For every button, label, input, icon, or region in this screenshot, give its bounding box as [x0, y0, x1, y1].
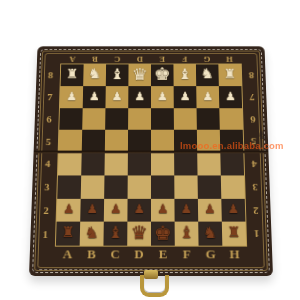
white-pawn-c7: ♟: [111, 90, 122, 101]
product-photo-scene: ABCDEFGH 87654321 ♜♞♝♛♚♝♞♜♟♟♟♟♟♟♟♟♟♟♟♟♟♟…: [0, 0, 300, 300]
file-label-bottom-b: B: [79, 247, 103, 262]
file-label-bottom-c: C: [103, 247, 127, 262]
brown-bishop-f1: ♝: [179, 225, 194, 241]
square-b1: ♞: [80, 222, 104, 246]
white-pawn-a7: ♟: [66, 90, 77, 101]
square-b2: ♟: [80, 198, 104, 221]
white-knight-b8: ♞: [88, 67, 102, 81]
square-f6: [174, 108, 197, 130]
square-f7: ♟: [174, 86, 197, 108]
square-d7: ♟: [128, 86, 151, 108]
square-h8: ♜: [218, 64, 241, 86]
square-c5: [105, 130, 128, 152]
file-labels-bottom: ABCDEFGH: [55, 247, 246, 262]
white-pawn-d7: ♟: [134, 90, 145, 101]
brown-king-e1: ♚: [154, 223, 172, 242]
rank-label-left-3: 3: [39, 175, 55, 198]
square-h4: [220, 152, 244, 175]
square-b5: [82, 130, 105, 152]
square-f2: ♟: [174, 198, 198, 221]
chess-board-grid: ♜♞♝♛♚♝♞♜♟♟♟♟♟♟♟♟♟♟♟♟♟♟♟♟♜♞♝♛♚♝♞♜: [56, 64, 246, 245]
square-e3: [151, 175, 174, 198]
file-label-top-h: H: [218, 54, 241, 63]
file-label-bottom-g: G: [199, 247, 223, 262]
rank-label-left-7: 7: [42, 86, 58, 108]
file-label-bottom-f: F: [175, 247, 199, 262]
chess-board-case: ABCDEFGH 87654321 ♜♞♝♛♚♝♞♜♟♟♟♟♟♟♟♟♟♟♟♟♟♟…: [29, 46, 273, 276]
square-e2: ♟: [151, 198, 175, 221]
square-b6: [82, 108, 105, 130]
square-d8: ♛: [128, 64, 151, 86]
brown-pawn-e2: ♟: [157, 203, 168, 215]
brass-clasp: [140, 275, 169, 297]
file-label-top-a: A: [61, 54, 84, 63]
white-rook-h8: ♜: [223, 68, 236, 81]
brown-pawn-g2: ♟: [204, 203, 216, 215]
square-g4: [197, 152, 221, 175]
brown-pawn-a2: ♟: [63, 203, 75, 215]
file-label-bottom-h: H: [222, 247, 246, 262]
rank-label-right-6: 6: [245, 108, 261, 130]
rank-labels-left: 87654321: [37, 64, 58, 245]
square-e6: [151, 108, 174, 130]
square-b3: [81, 175, 105, 198]
white-king-e8: ♚: [154, 66, 171, 83]
hinge-fold-line: [34, 151, 269, 154]
square-c1: ♝: [103, 222, 127, 246]
white-bishop-c8: ♝: [110, 67, 124, 82]
file-label-bottom-e: E: [151, 247, 175, 262]
square-b8: ♞: [83, 64, 106, 86]
white-rook-a8: ♜: [66, 68, 79, 81]
brown-rook-h1: ♜: [227, 226, 241, 240]
square-g1: ♞: [198, 222, 222, 246]
brown-knight-b1: ♞: [85, 225, 99, 240]
square-a2: ♟: [57, 198, 81, 221]
square-c3: [104, 175, 128, 198]
square-a8: ♜: [61, 64, 84, 86]
file-label-top-c: C: [106, 54, 129, 63]
brown-queen-d1: ♛: [131, 224, 148, 242]
square-a7: ♟: [60, 86, 83, 108]
square-h3: [221, 175, 245, 198]
white-pawn-h7: ♟: [225, 90, 236, 101]
square-f4: [174, 152, 197, 175]
square-e8: ♚: [151, 64, 174, 86]
rank-label-left-8: 8: [43, 64, 59, 86]
square-h2: ♟: [221, 198, 245, 221]
square-c4: [104, 152, 127, 175]
square-c6: [105, 108, 128, 130]
square-d3: [128, 175, 151, 198]
square-d4: [128, 152, 151, 175]
brown-pawn-f2: ♟: [181, 203, 193, 215]
file-labels-top: ABCDEFGH: [61, 54, 241, 63]
square-a6: [59, 108, 82, 130]
square-g2: ♟: [198, 198, 222, 221]
brown-pawn-d2: ♟: [134, 203, 145, 215]
square-e1: ♚: [151, 222, 175, 246]
square-c7: ♟: [105, 86, 128, 108]
square-g3: [198, 175, 222, 198]
square-a5: [59, 130, 83, 152]
square-c2: ♟: [104, 198, 128, 221]
white-pawn-e7: ♟: [157, 90, 168, 101]
square-d6: [128, 108, 151, 130]
rank-label-left-6: 6: [41, 108, 57, 130]
white-pawn-b7: ♟: [89, 90, 100, 101]
file-label-bottom-a: A: [55, 247, 79, 262]
square-f8: ♝: [173, 64, 196, 86]
rank-label-right-4: 4: [246, 152, 262, 175]
square-f1: ♝: [175, 222, 199, 246]
rank-label-right-2: 2: [248, 198, 264, 221]
square-e7: ♟: [151, 86, 174, 108]
rank-label-left-2: 2: [38, 198, 54, 221]
square-h6: [219, 108, 242, 130]
square-f3: [174, 175, 198, 198]
square-h1: ♜: [222, 222, 246, 246]
brown-pawn-c2: ♟: [110, 203, 122, 215]
square-h7: ♟: [219, 86, 242, 108]
rank-label-left-1: 1: [37, 222, 54, 246]
square-d2: ♟: [127, 198, 151, 221]
file-label-top-d: D: [129, 54, 151, 63]
file-label-top-g: G: [196, 54, 219, 63]
square-e4: [151, 152, 174, 175]
rank-label-left-4: 4: [40, 152, 56, 175]
square-b4: [81, 152, 105, 175]
brown-bishop-c1: ♝: [108, 225, 123, 241]
brown-pawn-h2: ♟: [227, 203, 239, 215]
square-d5: [128, 130, 151, 152]
square-a1: ♜: [56, 222, 80, 246]
rank-label-right-8: 8: [244, 64, 260, 86]
square-g6: [197, 108, 220, 130]
square-a4: [58, 152, 82, 175]
square-e5: [151, 130, 174, 152]
white-queen-d8: ♛: [132, 66, 148, 83]
rank-label-right-3: 3: [247, 175, 263, 198]
white-pawn-f7: ♟: [179, 90, 190, 101]
file-label-bottom-d: D: [127, 247, 151, 262]
square-g8: ♞: [196, 64, 219, 86]
brown-rook-a1: ♜: [61, 226, 75, 240]
square-c8: ♝: [106, 64, 129, 86]
rank-label-right-7: 7: [244, 86, 260, 108]
white-pawn-g7: ♟: [202, 90, 213, 101]
brown-knight-g1: ♞: [203, 225, 217, 240]
square-g7: ♟: [196, 86, 219, 108]
file-label-top-e: E: [151, 54, 173, 63]
rank-label-right-1: 1: [248, 222, 265, 246]
file-label-top-b: B: [84, 54, 107, 63]
square-a3: [57, 175, 81, 198]
white-knight-g8: ♞: [200, 67, 214, 81]
square-b7: ♟: [83, 86, 106, 108]
file-label-top-f: F: [173, 54, 196, 63]
rank-labels-right: 87654321: [244, 64, 265, 245]
square-d1: ♛: [127, 222, 151, 246]
rank-label-left-5: 5: [40, 130, 56, 152]
brown-pawn-b2: ♟: [86, 203, 98, 215]
white-bishop-f8: ♝: [178, 67, 192, 82]
watermark-text: lmooo.en.alibaba.com: [180, 140, 284, 151]
